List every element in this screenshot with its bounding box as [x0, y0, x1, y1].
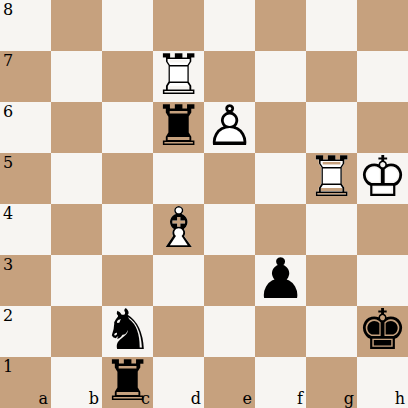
square-g2[interactable]	[306, 306, 357, 357]
file-label-e: e	[243, 391, 252, 407]
square-b1[interactable]: b	[51, 357, 102, 408]
square-c5[interactable]	[102, 153, 153, 204]
black-rook-icon: ♜	[102, 355, 153, 406]
white-pawn-outline-icon: ♙	[204, 100, 255, 151]
white-rook-outline-icon: ♖	[306, 151, 357, 202]
rank-label-3: 3	[3, 257, 13, 273]
piece-white-rook[interactable]: ♜♖	[306, 153, 357, 204]
black-king-icon: ♚	[357, 304, 408, 355]
file-label-d: d	[191, 391, 201, 407]
square-f1[interactable]: f	[255, 357, 306, 408]
square-b7[interactable]	[51, 51, 102, 102]
square-c4[interactable]	[102, 204, 153, 255]
chess-board: 87♜♖6♜♟♙5♜♖♚♔4♝♗3♟2♞♚1abc♜defgh	[0, 0, 408, 408]
file-label-f: f	[297, 391, 303, 407]
rank-label-2: 2	[3, 308, 13, 324]
square-d3[interactable]	[153, 255, 204, 306]
square-a1[interactable]: 1a	[0, 357, 51, 408]
white-bishop-outline-icon: ♗	[153, 202, 204, 253]
square-e4[interactable]	[204, 204, 255, 255]
square-d1[interactable]: d	[153, 357, 204, 408]
square-e2[interactable]	[204, 306, 255, 357]
square-c8[interactable]	[102, 0, 153, 51]
square-c1[interactable]: c♜	[102, 357, 153, 408]
piece-white-king[interactable]: ♚♔	[357, 153, 408, 204]
square-e6[interactable]: ♟♙	[204, 102, 255, 153]
square-g5[interactable]: ♜♖	[306, 153, 357, 204]
square-f3[interactable]: ♟	[255, 255, 306, 306]
square-f8[interactable]	[255, 0, 306, 51]
square-b3[interactable]	[51, 255, 102, 306]
square-a5[interactable]: 5	[0, 153, 51, 204]
file-label-h: h	[395, 391, 405, 407]
square-c6[interactable]	[102, 102, 153, 153]
square-f5[interactable]	[255, 153, 306, 204]
rank-label-1: 1	[3, 359, 13, 375]
square-e5[interactable]	[204, 153, 255, 204]
square-g1[interactable]: g	[306, 357, 357, 408]
square-f7[interactable]	[255, 51, 306, 102]
square-a6[interactable]: 6	[0, 102, 51, 153]
square-c7[interactable]	[102, 51, 153, 102]
file-label-b: b	[89, 391, 99, 407]
square-h7[interactable]	[357, 51, 408, 102]
square-g4[interactable]	[306, 204, 357, 255]
square-e3[interactable]	[204, 255, 255, 306]
square-b2[interactable]	[51, 306, 102, 357]
square-a2[interactable]: 2	[0, 306, 51, 357]
piece-black-pawn[interactable]: ♟	[255, 255, 306, 306]
square-h8[interactable]	[357, 0, 408, 51]
square-h4[interactable]	[357, 204, 408, 255]
square-f2[interactable]	[255, 306, 306, 357]
rank-label-4: 4	[3, 206, 13, 222]
rank-label-6: 6	[3, 104, 13, 120]
square-e1[interactable]: e	[204, 357, 255, 408]
rank-label-7: 7	[3, 53, 13, 69]
white-king-outline-icon: ♔	[357, 151, 408, 202]
square-a3[interactable]: 3	[0, 255, 51, 306]
square-f6[interactable]	[255, 102, 306, 153]
file-label-a: a	[38, 391, 48, 407]
square-e8[interactable]	[204, 0, 255, 51]
square-b4[interactable]	[51, 204, 102, 255]
rank-label-5: 5	[3, 155, 13, 171]
square-g8[interactable]	[306, 0, 357, 51]
square-b6[interactable]	[51, 102, 102, 153]
square-d2[interactable]	[153, 306, 204, 357]
file-label-g: g	[344, 391, 354, 407]
square-h5[interactable]: ♚♔	[357, 153, 408, 204]
piece-white-pawn[interactable]: ♟♙	[204, 102, 255, 153]
piece-white-bishop[interactable]: ♝♗	[153, 204, 204, 255]
square-a4[interactable]: 4	[0, 204, 51, 255]
black-pawn-icon: ♟	[255, 253, 306, 304]
square-d6[interactable]: ♜	[153, 102, 204, 153]
square-h2[interactable]: ♚	[357, 306, 408, 357]
rank-label-8: 8	[3, 2, 13, 18]
piece-black-king[interactable]: ♚	[357, 306, 408, 357]
black-rook-icon: ♜	[153, 100, 204, 151]
square-b5[interactable]	[51, 153, 102, 204]
square-d4[interactable]: ♝♗	[153, 204, 204, 255]
piece-black-rook[interactable]: ♜	[102, 357, 153, 408]
square-a8[interactable]: 8	[0, 0, 51, 51]
square-a7[interactable]: 7	[0, 51, 51, 102]
square-h1[interactable]: h	[357, 357, 408, 408]
square-g3[interactable]	[306, 255, 357, 306]
square-b8[interactable]	[51, 0, 102, 51]
square-g7[interactable]	[306, 51, 357, 102]
piece-black-rook[interactable]: ♜	[153, 102, 204, 153]
